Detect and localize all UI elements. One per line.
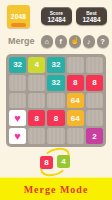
score-badge: Score 12484 [41, 7, 72, 25]
board-tile-8: 8 [47, 110, 64, 126]
board-tile-64: 64 [67, 93, 84, 109]
heart-icon: ♥ [14, 113, 21, 124]
board-cell-empty [86, 93, 103, 109]
best-value: 12484 [82, 16, 100, 23]
logo-text: 2048 [11, 13, 26, 20]
thumbs-up-icon: ☝ [70, 37, 79, 45]
like-button[interactable]: ☝ [69, 35, 82, 48]
board-tile-H: ♥ [9, 128, 26, 144]
question-icon: ? [101, 38, 105, 45]
heart-icon: ♥ [14, 131, 21, 142]
board-tile-64: 64 [67, 110, 84, 126]
board-tile-8: 8 [67, 75, 84, 91]
board-tile-32: 32 [47, 57, 64, 73]
board-tile-8: 8 [28, 110, 45, 126]
board-tile-4: 4 [28, 57, 45, 73]
board[interactable]: 32432328864♥8864♥2 [6, 54, 106, 147]
board-cell-empty [67, 57, 84, 73]
toolbar-buttons: ⌂ f ☝ ♪ ? [41, 35, 110, 48]
sound-button[interactable]: ♪ [83, 35, 96, 48]
board-cell-empty [86, 57, 103, 73]
mode-banner-text: Merge Mode [24, 184, 89, 195]
board-cell-empty [28, 75, 45, 91]
board-cell-empty [47, 93, 64, 109]
score-label: Score [50, 10, 63, 15]
board-cell-empty [86, 110, 103, 126]
icon-tile-8: 8 [40, 156, 53, 169]
icon-tile-4: 4 [57, 155, 70, 168]
board-cell-empty [28, 128, 45, 144]
board-tile-8: 8 [86, 75, 103, 91]
merge-mode-label: Merge [8, 36, 35, 46]
home-icon: ⌂ [45, 38, 49, 45]
home-button[interactable]: ⌂ [41, 35, 54, 48]
score-value: 12484 [47, 16, 65, 23]
facebook-icon: f [60, 38, 62, 45]
board-tile-32: 32 [47, 75, 64, 91]
sound-icon: ♪ [87, 38, 91, 45]
board-cell-empty [9, 93, 26, 109]
board-cell-empty [9, 75, 26, 91]
facebook-button[interactable]: f [55, 35, 68, 48]
board-tile-2: 2 [86, 128, 103, 144]
best-badge: Best 12484 [76, 7, 107, 25]
help-button[interactable]: ? [97, 35, 110, 48]
game-screen: 2048 Score 12484 Best 12484 Merge ⌂ f ☝ … [0, 0, 112, 200]
game-logo: 2048 [7, 5, 30, 28]
board-tile-H: ♥ [9, 110, 26, 126]
board-tile-32: 32 [9, 57, 26, 73]
best-label: Best [86, 10, 96, 15]
board-cell-empty [28, 93, 45, 109]
merge-mode-icon: 8 4 [38, 150, 74, 174]
board-cell-empty [47, 128, 64, 144]
board-cell-empty [67, 128, 84, 144]
logo-ribbon [11, 23, 26, 27]
mode-banner: Merge Mode [0, 177, 112, 200]
